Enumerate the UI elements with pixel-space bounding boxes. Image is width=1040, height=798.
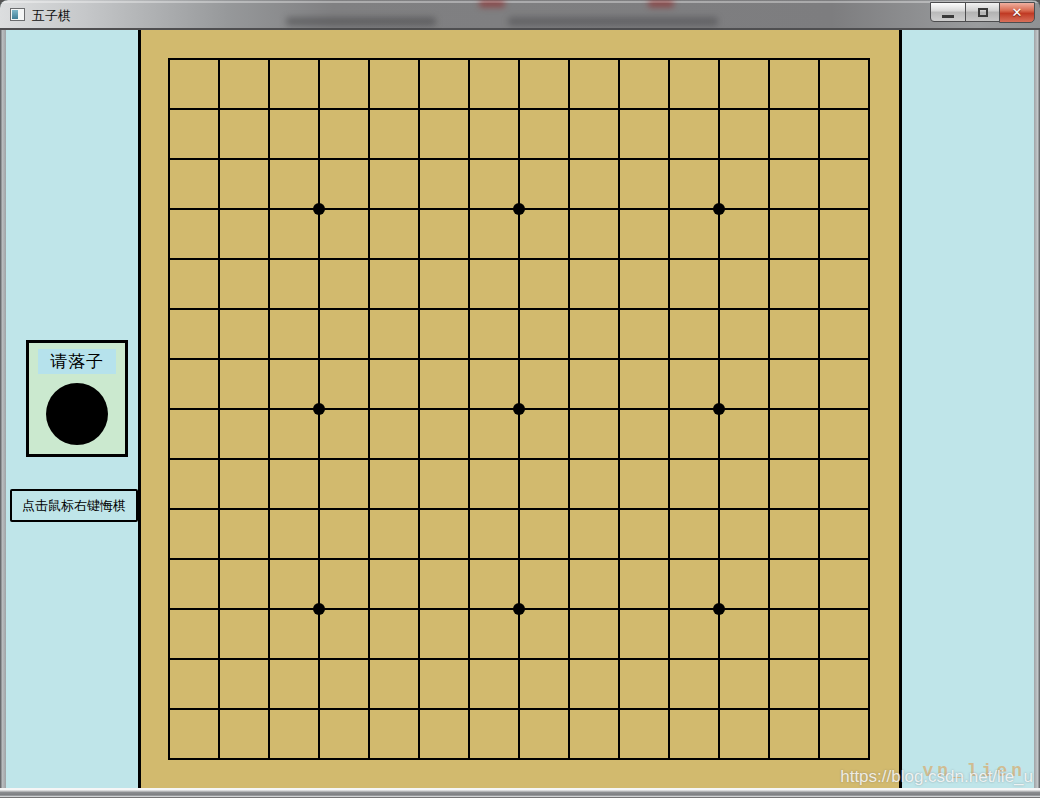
- client-area: 请落子 点击鼠标右键悔棋 vn_lien https://blog.csdn.n…: [6, 30, 1034, 788]
- board-cell[interactable]: [670, 260, 720, 310]
- blurred-red-smudge: [648, 0, 674, 7]
- app-window: 五子棋 ✕ 请落子 点击鼠标右键悔棋 vn_lien https://blog.…: [0, 0, 1040, 798]
- board-cell[interactable]: [420, 460, 470, 510]
- board-cell[interactable]: [720, 560, 770, 610]
- board-cell[interactable]: [170, 310, 220, 360]
- board-cell[interactable]: [770, 60, 820, 110]
- board-cell[interactable]: [320, 110, 370, 160]
- board-cell[interactable]: [470, 160, 520, 210]
- board-cell[interactable]: [520, 360, 570, 410]
- board-cell[interactable]: [270, 210, 320, 260]
- board-cell[interactable]: [270, 360, 320, 410]
- board-cell[interactable]: [770, 210, 820, 260]
- board-cell[interactable]: [270, 410, 320, 460]
- turn-indicator-panel: 请落子: [26, 340, 128, 457]
- board-cell[interactable]: [170, 60, 220, 110]
- board-cell[interactable]: [470, 360, 520, 410]
- board-cell[interactable]: [570, 110, 620, 160]
- board-cell[interactable]: [770, 410, 820, 460]
- board-cell[interactable]: [570, 510, 620, 560]
- board-cell[interactable]: [570, 660, 620, 710]
- board-cell[interactable]: [220, 610, 270, 660]
- board-cell[interactable]: [220, 60, 270, 110]
- board-cell[interactable]: [770, 460, 820, 510]
- board-cell[interactable]: [320, 660, 370, 710]
- board-cell[interactable]: [270, 160, 320, 210]
- board-cell[interactable]: [770, 110, 820, 160]
- blurred-text-smudge: [286, 17, 436, 26]
- board-cell[interactable]: [270, 660, 320, 710]
- star-point: [313, 403, 325, 415]
- board-cell[interactable]: [370, 260, 420, 310]
- board-cell[interactable]: [170, 560, 220, 610]
- board-cell[interactable]: [670, 510, 720, 560]
- board-cell[interactable]: [570, 160, 620, 210]
- board-cell[interactable]: [270, 460, 320, 510]
- board-cell[interactable]: [770, 160, 820, 210]
- board-cell[interactable]: [620, 110, 670, 160]
- board-cell[interactable]: [720, 360, 770, 410]
- board-cell[interactable]: [720, 310, 770, 360]
- board-cell[interactable]: [270, 310, 320, 360]
- board-cell[interactable]: [820, 60, 868, 110]
- board-cell[interactable]: [720, 710, 770, 758]
- board-cell[interactable]: [220, 360, 270, 410]
- titlebar-highlight: [1, 1, 1039, 3]
- board-cell[interactable]: [820, 410, 868, 460]
- board-cell[interactable]: [620, 660, 670, 710]
- board-cell[interactable]: [670, 710, 720, 758]
- star-point: [713, 403, 725, 415]
- board-cell[interactable]: [520, 310, 570, 360]
- board-cell[interactable]: [770, 360, 820, 410]
- board-cell[interactable]: [420, 410, 470, 460]
- board-cell[interactable]: [670, 410, 720, 460]
- board-cell[interactable]: [720, 210, 770, 260]
- board-cell[interactable]: [170, 410, 220, 460]
- board-cell[interactable]: [570, 460, 620, 510]
- board-panel: [138, 30, 902, 788]
- board-cell[interactable]: [720, 610, 770, 660]
- board-cell[interactable]: [470, 460, 520, 510]
- board-cell[interactable]: [420, 110, 470, 160]
- board-cell[interactable]: [420, 560, 470, 610]
- board-cell[interactable]: [720, 460, 770, 510]
- board-cell[interactable]: [370, 110, 420, 160]
- board-cell[interactable]: [570, 610, 620, 660]
- board-cell[interactable]: [620, 710, 670, 758]
- board-cell[interactable]: [770, 510, 820, 560]
- board-cell[interactable]: [520, 410, 570, 460]
- board-cell[interactable]: [320, 160, 370, 210]
- board-cell[interactable]: [720, 260, 770, 310]
- board-cell[interactable]: [520, 510, 570, 560]
- board-cell[interactable]: [220, 460, 270, 510]
- board-cell[interactable]: [720, 160, 770, 210]
- board-cell[interactable]: [520, 660, 570, 710]
- board-cell[interactable]: [220, 210, 270, 260]
- board-cell[interactable]: [670, 460, 720, 510]
- board-cell[interactable]: [620, 610, 670, 660]
- board-cell[interactable]: [170, 360, 220, 410]
- board-cell[interactable]: [270, 60, 320, 110]
- board-cell[interactable]: [220, 260, 270, 310]
- board-cell[interactable]: [220, 410, 270, 460]
- board-cell[interactable]: [820, 710, 868, 758]
- board-cell[interactable]: [320, 210, 370, 260]
- black-stone-indicator: [46, 383, 108, 445]
- board-cell[interactable]: [420, 360, 470, 410]
- board-cell[interactable]: [170, 160, 220, 210]
- board-cell[interactable]: [220, 110, 270, 160]
- board-cell[interactable]: [220, 660, 270, 710]
- board-cell[interactable]: [720, 410, 770, 460]
- board-cell[interactable]: [170, 110, 220, 160]
- board-cell[interactable]: [420, 610, 470, 660]
- board-cell[interactable]: [520, 60, 570, 110]
- maximize-button[interactable]: [965, 2, 1000, 22]
- star-point: [313, 603, 325, 615]
- board-cell[interactable]: [820, 460, 868, 510]
- board-cell[interactable]: [520, 110, 570, 160]
- board-cell[interactable]: [270, 610, 320, 660]
- board-cell[interactable]: [670, 110, 720, 160]
- board-cell[interactable]: [820, 160, 868, 210]
- board-cell[interactable]: [420, 210, 470, 260]
- close-button[interactable]: ✕: [999, 2, 1035, 23]
- board-cell[interactable]: [470, 610, 520, 660]
- board-cell[interactable]: [820, 560, 868, 610]
- board-cell[interactable]: [270, 710, 320, 758]
- board-cell[interactable]: [770, 710, 820, 758]
- board-cell[interactable]: [470, 710, 520, 758]
- board-cell[interactable]: [620, 510, 670, 560]
- board-cell[interactable]: [420, 710, 470, 758]
- board-cell[interactable]: [470, 60, 520, 110]
- board-cell[interactable]: [770, 310, 820, 360]
- board-grid: [168, 58, 870, 760]
- board-cell[interactable]: [320, 510, 370, 560]
- blurred-text-smudge: [508, 17, 718, 26]
- board-cell[interactable]: [720, 510, 770, 560]
- star-point: [513, 403, 525, 415]
- board-cell[interactable]: [320, 260, 370, 310]
- board-cell[interactable]: [670, 160, 720, 210]
- board-cell[interactable]: [620, 410, 670, 460]
- board-cell[interactable]: [370, 60, 420, 110]
- board-cell[interactable]: [820, 260, 868, 310]
- blurred-red-smudge: [479, 0, 505, 7]
- board-cell[interactable]: [620, 560, 670, 610]
- board-cell[interactable]: [520, 610, 570, 660]
- maximize-icon: [978, 8, 988, 17]
- board-cell[interactable]: [270, 510, 320, 560]
- board-cell[interactable]: [770, 560, 820, 610]
- board-cell[interactable]: [320, 460, 370, 510]
- board-cell[interactable]: [520, 160, 570, 210]
- board-cell[interactable]: [170, 660, 220, 710]
- board-cell[interactable]: [420, 260, 470, 310]
- board-cell[interactable]: [370, 710, 420, 758]
- board-cell[interactable]: [470, 260, 520, 310]
- board-cell[interactable]: [670, 660, 720, 710]
- board-cell[interactable]: [420, 160, 470, 210]
- board-cell[interactable]: [370, 160, 420, 210]
- minimize-button[interactable]: [930, 2, 966, 22]
- board-cell[interactable]: [370, 510, 420, 560]
- board-cell[interactable]: [820, 510, 868, 560]
- board-cell[interactable]: [820, 610, 868, 660]
- board-cell[interactable]: [770, 610, 820, 660]
- window-border-bottom: [0, 788, 1040, 798]
- star-point: [713, 203, 725, 215]
- board-cell[interactable]: [570, 310, 620, 360]
- undo-hint-button[interactable]: 点击鼠标右键悔棋: [10, 489, 138, 522]
- board-cell[interactable]: [370, 610, 420, 660]
- board-cell[interactable]: [820, 210, 868, 260]
- board-cell[interactable]: [320, 560, 370, 610]
- turn-label: 请落子: [38, 349, 116, 374]
- board-cell[interactable]: [820, 660, 868, 710]
- board-cell[interactable]: [570, 210, 620, 260]
- board-cell[interactable]: [620, 260, 670, 310]
- board-cell[interactable]: [320, 360, 370, 410]
- board-cell[interactable]: [420, 60, 470, 110]
- minimize-icon: [942, 15, 954, 18]
- board-cell[interactable]: [570, 710, 620, 758]
- board-cell[interactable]: [470, 560, 520, 610]
- board-cell[interactable]: [820, 110, 868, 160]
- board-cell[interactable]: [270, 560, 320, 610]
- board-cell[interactable]: [420, 310, 470, 360]
- board-cell[interactable]: [770, 260, 820, 310]
- board-cell[interactable]: [770, 660, 820, 710]
- board-cell[interactable]: [220, 510, 270, 560]
- board-cell[interactable]: [170, 210, 220, 260]
- board-cell[interactable]: [620, 60, 670, 110]
- board-cell[interactable]: [370, 660, 420, 710]
- board-cell[interactable]: [320, 710, 370, 758]
- app-icon: [10, 8, 25, 21]
- board-cell[interactable]: [620, 210, 670, 260]
- board-cell[interactable]: [370, 210, 420, 260]
- board-cell[interactable]: [470, 410, 520, 460]
- star-point: [313, 203, 325, 215]
- board-cell[interactable]: [670, 560, 720, 610]
- board-cell[interactable]: [220, 710, 270, 758]
- board-cell[interactable]: [520, 260, 570, 310]
- board-cell[interactable]: [370, 460, 420, 510]
- board-cell[interactable]: [220, 160, 270, 210]
- watermark-url: https://blog.csdn.net/lie_u: [840, 767, 1033, 787]
- star-point: [513, 203, 525, 215]
- board-cell[interactable]: [520, 210, 570, 260]
- board-cell[interactable]: [820, 360, 868, 410]
- board-cell[interactable]: [670, 210, 720, 260]
- board-cell[interactable]: [570, 260, 620, 310]
- close-icon: ✕: [1012, 6, 1023, 19]
- board-cell[interactable]: [170, 710, 220, 758]
- star-point: [513, 603, 525, 615]
- board-cell[interactable]: [720, 110, 770, 160]
- board-cell[interactable]: [270, 110, 320, 160]
- board-cell[interactable]: [670, 360, 720, 410]
- board-cell[interactable]: [820, 310, 868, 360]
- board-cell[interactable]: [470, 310, 520, 360]
- board-cell[interactable]: [570, 60, 620, 110]
- board-cell[interactable]: [320, 410, 370, 460]
- board-cell[interactable]: [470, 660, 520, 710]
- board-cell[interactable]: [170, 510, 220, 560]
- board-cell[interactable]: [470, 210, 520, 260]
- board-cell[interactable]: [570, 360, 620, 410]
- window-border-left: [0, 30, 6, 798]
- title-bar[interactable]: 五子棋 ✕: [0, 0, 1040, 30]
- board-cell[interactable]: [220, 310, 270, 360]
- board-cell[interactable]: [320, 310, 370, 360]
- board-cell[interactable]: [620, 310, 670, 360]
- board-cell[interactable]: [320, 610, 370, 660]
- board-cell[interactable]: [170, 460, 220, 510]
- board-cell[interactable]: [420, 660, 470, 710]
- board-cell[interactable]: [670, 60, 720, 110]
- board-cell[interactable]: [370, 410, 420, 460]
- board-cell[interactable]: [370, 360, 420, 410]
- board-cell[interactable]: [320, 60, 370, 110]
- board-cell[interactable]: [270, 260, 320, 310]
- board-cell[interactable]: [620, 160, 670, 210]
- board-cell[interactable]: [720, 660, 770, 710]
- board-cell[interactable]: [370, 560, 420, 610]
- window-border-right: [1034, 30, 1040, 798]
- board-cell[interactable]: [720, 60, 770, 110]
- board-cell[interactable]: [620, 460, 670, 510]
- board-cell[interactable]: [470, 110, 520, 160]
- board-cell[interactable]: [520, 560, 570, 610]
- window-title: 五子棋: [32, 7, 71, 25]
- board-cell[interactable]: [670, 610, 720, 660]
- board-cell[interactable]: [520, 710, 570, 758]
- board-cell[interactable]: [170, 260, 220, 310]
- board-cell[interactable]: [420, 510, 470, 560]
- board-cell[interactable]: [170, 610, 220, 660]
- board-cell[interactable]: [570, 560, 620, 610]
- star-point: [713, 603, 725, 615]
- board-cell[interactable]: [220, 560, 270, 610]
- board-cell[interactable]: [520, 460, 570, 510]
- board-cell[interactable]: [620, 360, 670, 410]
- board-cell[interactable]: [670, 310, 720, 360]
- board-cell[interactable]: [470, 510, 520, 560]
- board-cell[interactable]: [370, 310, 420, 360]
- board-cell[interactable]: [570, 410, 620, 460]
